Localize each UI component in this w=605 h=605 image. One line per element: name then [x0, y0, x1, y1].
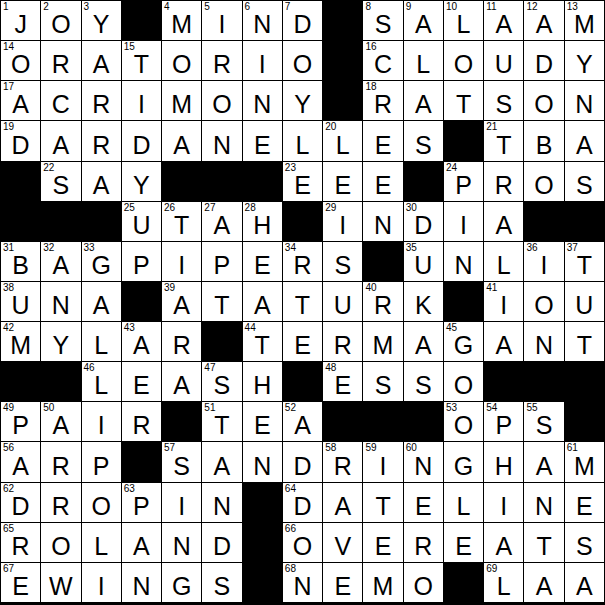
cell-letter: U — [404, 252, 443, 278]
cell-letter: R — [323, 332, 362, 358]
grid-cell[interactable]: T — [202, 282, 241, 321]
cell-letter: R — [1, 533, 40, 559]
grid-cell[interactable]: S — [202, 563, 241, 602]
cell-letter: N — [162, 533, 201, 559]
cell-letter: U — [323, 292, 362, 318]
grid-cell[interactable]: 4M — [162, 1, 201, 40]
grid-cell[interactable]: R — [404, 523, 443, 562]
cell-letter: S — [404, 372, 443, 398]
cell-letter: E — [243, 132, 282, 158]
grid-cell[interactable]: P — [82, 442, 121, 481]
cell-letter: T — [565, 252, 604, 278]
cell-letter: I — [243, 51, 282, 77]
cell-letter: R — [404, 533, 443, 559]
grid-cell[interactable]: S — [404, 121, 443, 160]
grid-cell[interactable]: I — [162, 483, 201, 522]
grid-cell[interactable]: A — [404, 81, 443, 120]
cell-letter: Y — [283, 91, 322, 117]
grid-cell[interactable]: S — [565, 162, 604, 201]
block-cell — [323, 41, 362, 80]
grid-cell[interactable]: 37T — [565, 242, 604, 281]
grid-cell[interactable]: A — [122, 523, 161, 562]
grid-cell[interactable]: O — [283, 41, 322, 80]
grid-cell[interactable]: A — [484, 322, 523, 361]
grid-cell[interactable]: 43A — [122, 322, 161, 361]
grid-cell[interactable]: B — [524, 121, 563, 160]
block-cell — [243, 483, 282, 522]
grid-cell[interactable]: 58R — [323, 442, 362, 481]
grid-cell[interactable]: D — [202, 523, 241, 562]
grid-cell[interactable]: E — [122, 362, 161, 401]
cell-letter: I — [122, 91, 161, 117]
grid-cell[interactable]: D — [283, 442, 322, 481]
cell-letter: I — [484, 493, 523, 519]
grid-cell[interactable]: N — [444, 242, 483, 281]
grid-cell[interactable]: S — [565, 523, 604, 562]
block-cell — [1, 162, 40, 201]
grid-cell[interactable]: U — [565, 282, 604, 321]
grid-cell[interactable]: 19D — [1, 121, 40, 160]
grid-cell[interactable]: R — [82, 121, 121, 160]
block-cell — [202, 322, 241, 361]
cell-letter: M — [162, 11, 201, 37]
grid-cell[interactable]: A — [484, 202, 523, 241]
grid-cell[interactable]: D — [524, 41, 563, 80]
grid-cell[interactable]: E — [323, 162, 362, 201]
cell-letter: S — [363, 11, 402, 37]
grid-cell[interactable]: 57S — [162, 442, 201, 481]
cell-letter: A — [122, 533, 161, 559]
cell-letter: U — [565, 292, 604, 318]
grid-cell[interactable]: W — [41, 563, 80, 602]
grid-cell[interactable]: E — [444, 523, 483, 562]
grid-cell[interactable]: N — [243, 81, 282, 120]
cell-letter: N — [524, 332, 563, 358]
grid-cell[interactable]: R — [41, 483, 80, 522]
grid-cell[interactable]: E — [363, 121, 402, 160]
grid-cell[interactable]: N — [162, 523, 201, 562]
grid-cell[interactable]: 5I — [202, 1, 241, 40]
grid-cell[interactable]: A — [323, 483, 362, 522]
grid-cell[interactable]: O — [404, 563, 443, 602]
grid-cell[interactable]: I — [243, 41, 282, 80]
cell-letter: R — [82, 132, 121, 158]
cell-letter: S — [202, 573, 241, 599]
grid-cell[interactable]: L — [82, 322, 121, 361]
grid-cell[interactable]: 52A — [283, 402, 322, 441]
grid-cell[interactable]: I — [484, 483, 523, 522]
grid-cell[interactable]: R — [323, 322, 362, 361]
grid-cell[interactable]: Y — [122, 162, 161, 201]
cell-letter: V — [323, 533, 362, 559]
grid-cell[interactable]: H — [484, 442, 523, 481]
cell-letter: A — [484, 212, 523, 238]
cell-letter: N — [202, 493, 241, 519]
grid-cell[interactable]: Y — [283, 81, 322, 120]
grid-cell[interactable]: A — [565, 121, 604, 160]
block-cell — [363, 402, 402, 441]
grid-cell[interactable]: 6N — [243, 1, 282, 40]
grid-cell[interactable]: S — [484, 81, 523, 120]
cell-letter: S — [565, 172, 604, 198]
grid-cell[interactable]: 15T — [122, 41, 161, 80]
cell-letter: K — [404, 292, 443, 318]
grid-cell[interactable]: S — [404, 362, 443, 401]
cell-letter: S — [323, 252, 362, 278]
grid-cell[interactable]: 66O — [283, 523, 322, 562]
grid-cell[interactable]: 23E — [283, 162, 322, 201]
cell-letter: E — [404, 493, 443, 519]
cell-letter: T — [524, 533, 563, 559]
cell-letter: R — [82, 91, 121, 117]
grid-cell[interactable]: 53O — [444, 402, 483, 441]
grid-cell[interactable]: O — [202, 81, 241, 120]
cell-letter: L — [484, 573, 523, 599]
cell-letter: A — [404, 11, 443, 37]
block-cell — [122, 1, 161, 40]
cell-letter: H — [243, 372, 282, 398]
grid-cell[interactable]: I — [122, 81, 161, 120]
grid-cell[interactable]: N — [524, 483, 563, 522]
grid-cell[interactable]: N — [122, 563, 161, 602]
grid-cell[interactable]: 34R — [283, 242, 322, 281]
grid-cell[interactable]: 46L — [82, 362, 121, 401]
cell-letter: A — [122, 332, 161, 358]
cell-letter: G — [444, 332, 483, 358]
grid-cell[interactable]: 36I — [524, 242, 563, 281]
block-cell — [323, 1, 362, 40]
grid-cell[interactable]: 65R — [1, 523, 40, 562]
block-cell — [444, 563, 483, 602]
cell-letter: T — [122, 51, 161, 77]
grid-cell[interactable]: O — [524, 81, 563, 120]
grid-cell[interactable]: N — [202, 483, 241, 522]
grid-cell[interactable]: O — [444, 41, 483, 80]
grid-cell[interactable]: H — [243, 362, 282, 401]
block-cell — [162, 162, 201, 201]
block-cell — [404, 162, 443, 201]
grid-cell[interactable]: 50A — [41, 402, 80, 441]
grid-cell[interactable]: O — [444, 362, 483, 401]
grid-cell[interactable]: E — [323, 563, 362, 602]
cell-letter: T — [202, 292, 241, 318]
grid-cell[interactable]: T — [565, 322, 604, 361]
cell-letter: D — [1, 493, 40, 519]
grid-cell[interactable]: L — [444, 483, 483, 522]
cell-letter: D — [1, 132, 40, 158]
grid-cell[interactable]: L — [82, 523, 121, 562]
grid-cell[interactable]: U — [323, 282, 362, 321]
grid-cell[interactable]: N — [363, 202, 402, 241]
grid-cell[interactable]: 44T — [243, 322, 282, 361]
grid-cell[interactable]: N — [202, 121, 241, 160]
cell-letter: N — [243, 91, 282, 117]
grid-cell[interactable]: 2O — [41, 1, 80, 40]
block-cell — [283, 362, 322, 401]
cell-letter: T — [243, 332, 282, 358]
cell-letter: D — [404, 212, 443, 238]
grid-cell[interactable]: R — [82, 81, 121, 120]
grid-cell[interactable]: O — [524, 162, 563, 201]
grid-cell[interactable]: N — [524, 322, 563, 361]
block-cell — [565, 402, 604, 441]
grid-cell[interactable]: 13M — [565, 1, 604, 40]
grid-cell[interactable]: R — [162, 322, 201, 361]
cell-letter: E — [122, 372, 161, 398]
grid-cell[interactable]: T — [283, 282, 322, 321]
grid-cell[interactable]: L — [283, 121, 322, 160]
grid-cell[interactable]: M — [363, 322, 402, 361]
cell-letter: N — [202, 132, 241, 158]
grid-cell[interactable]: O — [524, 282, 563, 321]
grid-cell[interactable]: 41I — [484, 282, 523, 321]
grid-cell[interactable]: E — [283, 322, 322, 361]
grid-cell[interactable]: O — [41, 523, 80, 562]
grid-cell[interactable]: Y — [41, 322, 80, 361]
grid-cell[interactable]: O — [162, 41, 201, 80]
grid-cell[interactable]: U — [484, 41, 523, 80]
cell-letter: Y — [82, 11, 121, 37]
cell-letter: R — [323, 453, 362, 479]
cell-letter: I — [162, 252, 201, 278]
cell-letter: R — [41, 51, 80, 77]
cell-letter: O — [444, 372, 483, 398]
grid-cell[interactable]: E — [363, 523, 402, 562]
cell-letter: L — [82, 372, 121, 398]
grid-cell[interactable]: A — [404, 322, 443, 361]
grid-cell[interactable]: R — [484, 162, 523, 201]
grid-cell[interactable]: 45G — [444, 322, 483, 361]
cell-letter: S — [202, 372, 241, 398]
grid-cell[interactable]: N — [41, 282, 80, 321]
grid-cell[interactable]: 17A — [1, 81, 40, 120]
cell-letter: T — [363, 493, 402, 519]
grid-cell[interactable]: 20L — [323, 121, 362, 160]
grid-cell[interactable]: 63P — [122, 483, 161, 522]
cell-letter: B — [1, 252, 40, 278]
block-cell — [202, 162, 241, 201]
grid-cell[interactable]: 31B — [1, 242, 40, 281]
cell-letter: A — [162, 132, 201, 158]
grid-cell[interactable]: T — [444, 81, 483, 120]
grid-cell[interactable]: 33G — [82, 242, 121, 281]
cell-letter: L — [323, 132, 362, 158]
grid-cell[interactable]: 32A — [41, 242, 80, 281]
cell-letter: O — [283, 51, 322, 77]
cell-letter: A — [404, 332, 443, 358]
grid-cell[interactable]: A — [82, 162, 121, 201]
grid-cell[interactable]: R — [41, 41, 80, 80]
grid-cell[interactable]: 48E — [323, 362, 362, 401]
grid-cell[interactable]: A — [82, 41, 121, 80]
grid-cell[interactable]: 28H — [243, 202, 282, 241]
cell-letter: E — [283, 332, 322, 358]
grid-cell[interactable]: 67E — [1, 563, 40, 602]
cell-letter: U — [484, 51, 523, 77]
cell-letter: E — [283, 172, 322, 198]
cell-letter: N — [524, 493, 563, 519]
cell-letter: A — [202, 453, 241, 479]
block-cell — [1, 362, 40, 401]
grid-cell[interactable]: V — [323, 523, 362, 562]
cell-letter: O — [444, 51, 483, 77]
cell-letter: M — [363, 573, 402, 599]
grid-cell[interactable]: A — [484, 523, 523, 562]
grid-cell[interactable]: N — [565, 81, 604, 120]
cell-letter: L — [82, 332, 121, 358]
cell-letter: S — [565, 533, 604, 559]
cell-letter: S — [524, 412, 563, 438]
grid-cell[interactable]: R — [122, 402, 161, 441]
cell-letter: Y — [41, 332, 80, 358]
grid-cell[interactable]: 40R — [363, 282, 402, 321]
grid-cell[interactable]: E — [565, 483, 604, 522]
grid-cell[interactable]: 14O — [1, 41, 40, 80]
grid-cell[interactable]: A — [243, 282, 282, 321]
grid-cell[interactable]: G — [444, 442, 483, 481]
grid-cell[interactable]: D — [122, 121, 161, 160]
block-cell — [323, 402, 362, 441]
cell-letter: H — [243, 212, 282, 238]
cell-letter: O — [524, 91, 563, 117]
grid-cell[interactable]: R — [41, 442, 80, 481]
grid-cell[interactable]: E — [243, 121, 282, 160]
grid-cell[interactable]: 35U — [404, 242, 443, 281]
grid-cell[interactable]: 55S — [524, 402, 563, 441]
grid-cell[interactable]: 11A — [484, 1, 523, 40]
grid-cell[interactable]: T — [524, 523, 563, 562]
grid-cell[interactable]: A — [202, 442, 241, 481]
grid-cell[interactable]: C — [41, 81, 80, 120]
grid-cell[interactable]: 24P — [444, 162, 483, 201]
grid-cell[interactable]: 12A — [524, 1, 563, 40]
grid-cell[interactable]: 25U — [122, 202, 161, 241]
cell-letter: N — [404, 453, 443, 479]
grid-cell[interactable]: G — [162, 563, 201, 602]
grid-cell[interactable]: I — [162, 242, 201, 281]
grid-cell[interactable]: Y — [565, 41, 604, 80]
grid-cell[interactable]: 3Y — [82, 1, 121, 40]
cell-letter: N — [363, 212, 402, 238]
grid-cell[interactable]: 30D — [404, 202, 443, 241]
cell-letter: E — [363, 172, 402, 198]
grid-cell[interactable]: 49P — [1, 402, 40, 441]
grid-cell[interactable]: A — [162, 121, 201, 160]
cell-letter: E — [323, 573, 362, 599]
cell-letter: A — [162, 372, 201, 398]
grid-cell[interactable]: 47S — [202, 362, 241, 401]
grid-cell[interactable]: 69L — [484, 563, 523, 602]
grid-cell[interactable]: O — [82, 483, 121, 522]
cell-letter: A — [524, 11, 563, 37]
cell-letter: L — [404, 51, 443, 77]
grid-cell[interactable]: T — [363, 483, 402, 522]
grid-cell[interactable]: M — [363, 563, 402, 602]
cell-letter: A — [243, 292, 282, 318]
grid-cell[interactable]: A — [41, 121, 80, 160]
grid-cell[interactable]: R — [202, 41, 241, 80]
block-cell — [122, 442, 161, 481]
cell-letter: N — [243, 11, 282, 37]
cell-letter: E — [565, 493, 604, 519]
grid-cell[interactable]: E — [243, 402, 282, 441]
grid-cell[interactable]: I — [82, 402, 121, 441]
grid-cell[interactable]: M — [162, 81, 201, 120]
cell-letter: T — [444, 91, 483, 117]
grid-cell[interactable]: 27A — [202, 202, 241, 241]
grid-cell[interactable]: 61M — [565, 442, 604, 481]
grid-cell[interactable]: 1J — [1, 1, 40, 40]
grid-cell[interactable]: 51T — [202, 402, 241, 441]
grid-cell[interactable]: I — [82, 563, 121, 602]
cell-letter: S — [363, 372, 402, 398]
grid-cell[interactable]: 7D — [283, 1, 322, 40]
grid-cell[interactable]: 59I — [363, 442, 402, 481]
grid-cell[interactable]: 64D — [283, 483, 322, 522]
cell-letter: O — [524, 292, 563, 318]
grid-cell[interactable]: A — [524, 442, 563, 481]
grid-cell[interactable]: I — [444, 202, 483, 241]
grid-cell[interactable]: L — [404, 41, 443, 80]
grid-cell[interactable]: 9A — [404, 1, 443, 40]
grid-cell[interactable]: 29I — [323, 202, 362, 241]
block-cell — [565, 362, 604, 401]
cell-letter: H — [484, 453, 523, 479]
grid-cell[interactable]: K — [404, 282, 443, 321]
cell-letter: C — [41, 91, 80, 117]
grid-cell[interactable]: 8S — [363, 1, 402, 40]
grid-cell[interactable]: 22S — [41, 162, 80, 201]
grid-cell[interactable]: 68N — [283, 563, 322, 602]
grid-cell[interactable]: A — [524, 563, 563, 602]
grid-cell[interactable]: 54P — [484, 402, 523, 441]
cell-letter: A — [82, 172, 121, 198]
cell-letter: D — [122, 132, 161, 158]
grid-cell[interactable]: A — [82, 282, 121, 321]
grid-cell[interactable]: E — [363, 162, 402, 201]
grid-cell[interactable]: A — [162, 362, 201, 401]
grid-cell[interactable]: 10L — [444, 1, 483, 40]
cell-letter: N — [565, 91, 604, 117]
grid-cell[interactable]: 56A — [1, 442, 40, 481]
grid-cell[interactable]: 21T — [484, 121, 523, 160]
grid-cell[interactable]: E — [404, 483, 443, 522]
grid-cell[interactable]: 16C — [363, 41, 402, 80]
cell-letter: P — [444, 172, 483, 198]
grid-cell[interactable]: S — [363, 362, 402, 401]
grid-cell[interactable]: L — [484, 242, 523, 281]
cell-letter: G — [162, 573, 201, 599]
grid-cell[interactable]: 38U — [1, 282, 40, 321]
cell-letter: M — [1, 332, 40, 358]
grid-cell[interactable]: N — [243, 442, 282, 481]
grid-cell[interactable]: 39A — [162, 282, 201, 321]
grid-cell[interactable]: 62D — [1, 483, 40, 522]
grid-cell[interactable]: 60N — [404, 442, 443, 481]
grid-cell[interactable]: P — [122, 242, 161, 281]
grid-cell[interactable]: S — [323, 242, 362, 281]
grid-cell[interactable]: 42M — [1, 322, 40, 361]
grid-cell[interactable]: E — [243, 242, 282, 281]
cell-letter: O — [41, 11, 80, 37]
cell-letter: A — [323, 493, 362, 519]
grid-cell[interactable]: 18R — [363, 81, 402, 120]
grid-cell[interactable]: A — [565, 563, 604, 602]
cell-letter: P — [484, 412, 523, 438]
grid-cell[interactable]: 26T — [162, 202, 201, 241]
cell-letter: I — [162, 493, 201, 519]
grid-cell[interactable]: P — [202, 242, 241, 281]
